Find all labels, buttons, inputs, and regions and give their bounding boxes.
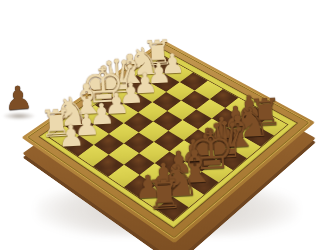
white-king: ♚ (80, 62, 122, 110)
square-c4 (167, 101, 196, 120)
white-pawn: ♟ (152, 51, 192, 79)
white-pawn: ♟ (49, 122, 92, 152)
square-a3 (180, 73, 208, 91)
white-queen: ♛ (95, 54, 137, 100)
square-c2: ♟ (138, 84, 166, 103)
square-c3 (152, 92, 181, 111)
chess-board: ♜♟♟♜♞♟♟♞♝♟♟♝♛♟♟♛♚♟♟♚♝♟♟♝♞♟♟♞♜♟♟♜ (21, 40, 315, 243)
square-d3 (138, 102, 167, 121)
white-pawn: ♟ (139, 60, 179, 88)
white-knight: ♞ (124, 42, 164, 80)
square-b1: ♞ (137, 66, 165, 84)
square-c1: ♝ (124, 75, 152, 93)
white-pawn: ♟ (125, 70, 166, 99)
square-a4 (195, 81, 223, 99)
photo-stage: ♜♟♟♜♞♟♟♞♝♟♟♝♛♟♟♛♚♟♟♚♝♟♟♝♞♟♟♞♜♟♟♜ ♟ (0, 0, 332, 250)
square-e2: ♟ (109, 104, 138, 123)
black-pawn-off-board: ♟ (3, 81, 34, 115)
square-d2: ♟ (124, 94, 153, 113)
perspective-wrapper: ♜♟♟♜♞♟♟♞♝♟♟♝♛♟♟♛♚♟♟♚♝♟♟♝♞♟♟♞♜♟♟♜ (0, 0, 332, 250)
white-rook: ♜ (138, 36, 178, 71)
board-margin-band: ♜♟♟♜♞♟♟♞♝♟♟♝♛♟♟♛♚♟♟♚♝♟♟♝♞♟♟♞♜♟♟♜ (38, 49, 298, 228)
black-rook: ♜ (141, 174, 188, 215)
square-e3 (124, 113, 153, 133)
square-b3 (166, 82, 194, 100)
white-bishop: ♝ (110, 50, 151, 90)
square-h8: ♜ (156, 196, 188, 220)
square-d4 (153, 111, 182, 131)
white-pawn: ♟ (110, 80, 151, 109)
spare-pawn-shadow (2, 112, 36, 120)
square-b2: ♟ (152, 74, 180, 92)
square-b4 (181, 91, 210, 110)
square-a1: ♜ (151, 57, 178, 74)
square-a2: ♟ (165, 65, 193, 83)
square-d1: ♛ (109, 85, 137, 104)
